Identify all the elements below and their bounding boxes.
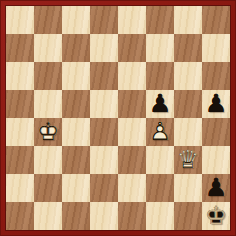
square-d3[interactable] xyxy=(90,146,118,174)
square-g6[interactable] xyxy=(174,62,202,90)
black-pawn-icon: ♟ xyxy=(202,174,230,202)
square-c3[interactable] xyxy=(62,146,90,174)
square-b1[interactable] xyxy=(34,202,62,230)
white-king-icon: ♚ xyxy=(34,118,62,146)
square-f6[interactable] xyxy=(146,62,174,90)
white-queen-icon: ♛ xyxy=(174,146,202,174)
black-pawn-outline-icon: ♙ xyxy=(146,90,174,118)
square-f1[interactable] xyxy=(146,202,174,230)
square-c1[interactable] xyxy=(62,202,90,230)
square-d5[interactable] xyxy=(90,90,118,118)
square-a7[interactable] xyxy=(6,34,34,62)
square-d4[interactable] xyxy=(90,118,118,146)
square-a8[interactable] xyxy=(6,6,34,34)
square-f8[interactable] xyxy=(146,6,174,34)
square-h4[interactable] xyxy=(202,118,230,146)
square-d2[interactable] xyxy=(90,174,118,202)
square-b6[interactable] xyxy=(34,62,62,90)
square-h2[interactable]: ♟♙ xyxy=(202,174,230,202)
square-b4[interactable]: ♚♔ xyxy=(34,118,62,146)
piece-black-pawn-f5: ♟♙ xyxy=(146,90,174,118)
square-h6[interactable] xyxy=(202,62,230,90)
square-b5[interactable] xyxy=(34,90,62,118)
square-a6[interactable] xyxy=(6,62,34,90)
square-e5[interactable] xyxy=(118,90,146,118)
piece-white-queen-g3: ♛♕ xyxy=(174,146,202,174)
square-f3[interactable] xyxy=(146,146,174,174)
square-a5[interactable] xyxy=(6,90,34,118)
square-c8[interactable] xyxy=(62,6,90,34)
black-pawn-outline-icon: ♙ xyxy=(202,174,230,202)
square-a4[interactable] xyxy=(6,118,34,146)
square-a3[interactable] xyxy=(6,146,34,174)
square-d8[interactable] xyxy=(90,6,118,34)
piece-black-pawn-h5: ♟♙ xyxy=(202,90,230,118)
square-c5[interactable] xyxy=(62,90,90,118)
square-g4[interactable] xyxy=(174,118,202,146)
square-e1[interactable] xyxy=(118,202,146,230)
black-pawn-outline-icon: ♙ xyxy=(202,90,230,118)
square-f2[interactable] xyxy=(146,174,174,202)
piece-black-pawn-h2: ♟♙ xyxy=(202,174,230,202)
square-c4[interactable] xyxy=(62,118,90,146)
square-d6[interactable] xyxy=(90,62,118,90)
black-pawn-icon: ♟ xyxy=(146,90,174,118)
square-h1[interactable]: ♚♔ xyxy=(202,202,230,230)
square-e2[interactable] xyxy=(118,174,146,202)
square-h8[interactable] xyxy=(202,6,230,34)
square-a2[interactable] xyxy=(6,174,34,202)
square-c7[interactable] xyxy=(62,34,90,62)
square-f5[interactable]: ♟♙ xyxy=(146,90,174,118)
square-f4[interactable]: ♟♙ xyxy=(146,118,174,146)
square-g3[interactable]: ♛♕ xyxy=(174,146,202,174)
square-e3[interactable] xyxy=(118,146,146,174)
black-king-icon: ♚ xyxy=(202,202,230,230)
square-c6[interactable] xyxy=(62,62,90,90)
square-h3[interactable] xyxy=(202,146,230,174)
white-queen-outline-icon: ♕ xyxy=(174,146,202,174)
square-g5[interactable] xyxy=(174,90,202,118)
square-b2[interactable] xyxy=(34,174,62,202)
black-king-outline-icon: ♔ xyxy=(202,202,230,230)
square-b7[interactable] xyxy=(34,34,62,62)
piece-black-king-h1: ♚♔ xyxy=(202,202,230,230)
board-frame: ♟♙♟♙♚♔♟♙♛♕♟♙♚♔ xyxy=(0,0,236,236)
square-h5[interactable]: ♟♙ xyxy=(202,90,230,118)
square-e8[interactable] xyxy=(118,6,146,34)
square-d7[interactable] xyxy=(90,34,118,62)
square-b8[interactable] xyxy=(34,6,62,34)
piece-white-king-b4: ♚♔ xyxy=(34,118,62,146)
white-pawn-icon: ♟ xyxy=(146,118,174,146)
square-b3[interactable] xyxy=(34,146,62,174)
chess-board: ♟♙♟♙♚♔♟♙♛♕♟♙♚♔ xyxy=(6,6,230,230)
white-king-outline-icon: ♔ xyxy=(34,118,62,146)
square-g8[interactable] xyxy=(174,6,202,34)
piece-white-pawn-f4: ♟♙ xyxy=(146,118,174,146)
square-a1[interactable] xyxy=(6,202,34,230)
square-d1[interactable] xyxy=(90,202,118,230)
square-g7[interactable] xyxy=(174,34,202,62)
square-e4[interactable] xyxy=(118,118,146,146)
square-h7[interactable] xyxy=(202,34,230,62)
square-f7[interactable] xyxy=(146,34,174,62)
square-e7[interactable] xyxy=(118,34,146,62)
square-c2[interactable] xyxy=(62,174,90,202)
white-pawn-outline-icon: ♙ xyxy=(146,118,174,146)
square-g2[interactable] xyxy=(174,174,202,202)
square-e6[interactable] xyxy=(118,62,146,90)
black-pawn-icon: ♟ xyxy=(202,90,230,118)
square-g1[interactable] xyxy=(174,202,202,230)
